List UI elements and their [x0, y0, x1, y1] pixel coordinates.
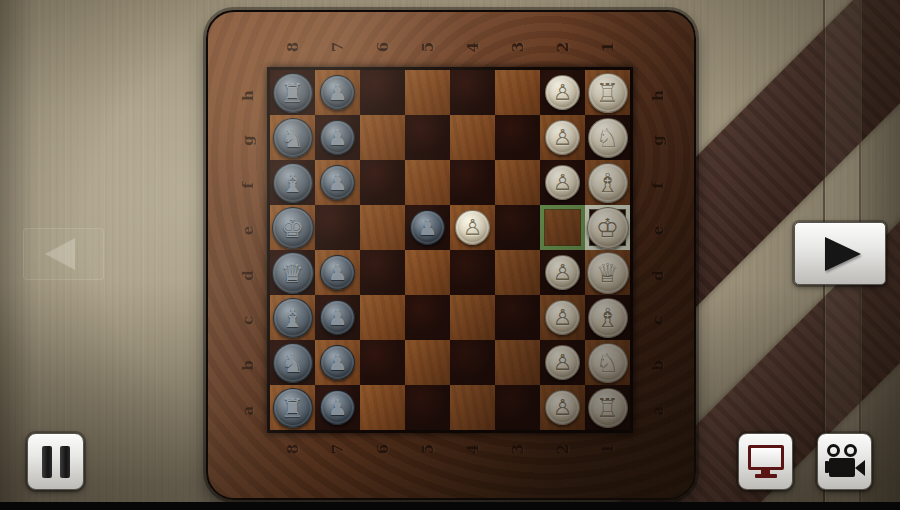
- coord-rank-3: 3: [509, 427, 527, 472]
- piece-white-bishop-c1[interactable]: ♗: [588, 298, 628, 338]
- piece-glyph: ♟: [328, 352, 348, 374]
- square-c3[interactable]: [495, 295, 540, 340]
- square-d4[interactable]: [450, 250, 495, 295]
- piece-glyph: ♟: [418, 217, 438, 239]
- square-c6[interactable]: [360, 295, 405, 340]
- coord-rank-7: 7: [329, 25, 347, 70]
- square-b5[interactable]: [405, 340, 450, 385]
- coord-file-d: d: [225, 267, 270, 285]
- piece-black-rook-a8[interactable]: ♜: [273, 388, 313, 428]
- square-a7[interactable]: ♟: [315, 385, 360, 430]
- square-b6[interactable]: [360, 340, 405, 385]
- piece-black-bishop-f8[interactable]: ♝: [273, 163, 313, 203]
- piece-white-pawn-g2[interactable]: ♙: [545, 120, 580, 155]
- coord-file-c: c: [225, 312, 270, 330]
- coord-file-g: g: [635, 132, 680, 150]
- square-a2[interactable]: ♙: [540, 385, 585, 430]
- square-a6[interactable]: [360, 385, 405, 430]
- piece-black-pawn-c7[interactable]: ♟: [320, 300, 355, 335]
- play-arrow-icon: [825, 237, 861, 271]
- square-e6[interactable]: [360, 205, 405, 250]
- square-f8[interactable]: ♝: [270, 160, 315, 205]
- square-d1[interactable]: ♕: [585, 250, 630, 295]
- square-f3[interactable]: [495, 160, 540, 205]
- piece-white-rook-a1[interactable]: ♖: [588, 388, 628, 428]
- square-e5[interactable]: ♟: [405, 205, 450, 250]
- piece-glyph: ♟: [328, 397, 348, 419]
- piece-glyph: ♗: [596, 305, 619, 331]
- coord-rank-1: 1: [599, 25, 617, 70]
- piece-white-knight-b1[interactable]: ♘: [588, 343, 628, 383]
- piece-black-queen-d8[interactable]: ♛: [272, 252, 314, 294]
- coord-file-h: h: [635, 87, 680, 105]
- square-e3[interactable]: [495, 205, 540, 250]
- piece-black-king-e8[interactable]: ♚: [272, 207, 314, 249]
- camera-view-button[interactable]: [817, 433, 872, 490]
- display-settings-button[interactable]: [738, 433, 793, 490]
- piece-glyph: ♟: [328, 172, 348, 194]
- piece-glyph: ♟: [328, 82, 348, 104]
- game-scene: 87654321 87654321 hgfedcba hgfedcba ♜♟♙♖…: [0, 0, 900, 510]
- square-d2[interactable]: ♙: [540, 250, 585, 295]
- square-g7[interactable]: ♟: [315, 115, 360, 160]
- pause-button[interactable]: [27, 433, 84, 490]
- piece-black-pawn-b7[interactable]: ♟: [320, 345, 355, 380]
- coord-file-g: g: [225, 132, 270, 150]
- piece-glyph: ♞: [281, 350, 304, 376]
- piece-glyph: ♝: [281, 305, 304, 331]
- piece-black-pawn-a7[interactable]: ♟: [320, 390, 355, 425]
- piece-glyph: ♙: [553, 172, 573, 194]
- square-h4[interactable]: [450, 70, 495, 115]
- square-d6[interactable]: [360, 250, 405, 295]
- piece-glyph: ♙: [553, 262, 573, 284]
- square-g2[interactable]: ♙: [540, 115, 585, 160]
- piece-glyph: ♙: [553, 307, 573, 329]
- square-g4[interactable]: [450, 115, 495, 160]
- coord-file-f: f: [635, 177, 680, 195]
- piece-white-pawn-e4[interactable]: ♙: [455, 210, 490, 245]
- piece-glyph: ♟: [328, 307, 348, 329]
- piece-glyph: ♙: [553, 397, 573, 419]
- square-h7[interactable]: ♟: [315, 70, 360, 115]
- coord-rank-3: 3: [509, 25, 527, 70]
- square-e7[interactable]: [315, 205, 360, 250]
- square-g1[interactable]: ♘: [585, 115, 630, 160]
- piece-glyph: ♙: [553, 127, 573, 149]
- square-g3[interactable]: [495, 115, 540, 160]
- rank-labels-top: 87654321: [270, 38, 630, 56]
- square-c5[interactable]: [405, 295, 450, 340]
- square-b1[interactable]: ♘: [585, 340, 630, 385]
- piece-glyph: ♔: [596, 215, 619, 241]
- coord-rank-4: 4: [464, 25, 482, 70]
- piece-glyph: ♖: [596, 395, 619, 421]
- square-g5[interactable]: [405, 115, 450, 160]
- square-b4[interactable]: [450, 340, 495, 385]
- coord-rank-7: 7: [329, 427, 347, 472]
- square-c7[interactable]: ♟: [315, 295, 360, 340]
- piece-glyph: ♖: [596, 80, 619, 106]
- square-a1[interactable]: ♖: [585, 385, 630, 430]
- square-c8[interactable]: ♝: [270, 295, 315, 340]
- coord-file-a: a: [225, 402, 270, 420]
- piece-glyph: ♘: [596, 350, 619, 376]
- square-b3[interactable]: [495, 340, 540, 385]
- piece-white-pawn-h2[interactable]: ♙: [545, 75, 580, 110]
- chess-board: 87654321 87654321 hgfedcba hgfedcba ♜♟♙♖…: [206, 10, 696, 500]
- square-a5[interactable]: [405, 385, 450, 430]
- square-c2[interactable]: ♙: [540, 295, 585, 340]
- monitor-icon: [748, 445, 784, 478]
- piece-glyph: ♙: [553, 352, 573, 374]
- coord-file-f: f: [225, 177, 270, 195]
- piece-white-pawn-c2[interactable]: ♙: [545, 300, 580, 335]
- coord-file-d: d: [635, 267, 680, 285]
- file-labels-right: hgfedcba: [648, 73, 666, 433]
- square-a3[interactable]: [495, 385, 540, 430]
- piece-glyph: ♜: [281, 395, 304, 421]
- square-e8[interactable]: ♚: [270, 205, 315, 250]
- piece-glyph: ♞: [281, 125, 304, 151]
- square-d3[interactable]: [495, 250, 540, 295]
- square-f7[interactable]: ♟: [315, 160, 360, 205]
- square-h8[interactable]: ♜: [270, 70, 315, 115]
- piece-white-pawn-b2[interactable]: ♙: [545, 345, 580, 380]
- square-e4[interactable]: ♙: [450, 205, 495, 250]
- coord-rank-6: 6: [374, 427, 392, 472]
- piece-black-pawn-g7[interactable]: ♟: [320, 120, 355, 155]
- square-h3[interactable]: [495, 70, 540, 115]
- square-g6[interactable]: [360, 115, 405, 160]
- piece-glyph: ♟: [328, 127, 348, 149]
- piece-white-bishop-f1[interactable]: ♗: [588, 163, 628, 203]
- piece-glyph: ♘: [596, 125, 619, 151]
- coord-file-a: a: [635, 402, 680, 420]
- square-h1[interactable]: ♖: [585, 70, 630, 115]
- coord-file-e: e: [635, 222, 680, 240]
- piece-white-rook-h1[interactable]: ♖: [588, 73, 628, 113]
- piece-glyph: ♛: [281, 260, 304, 286]
- square-f2[interactable]: ♙: [540, 160, 585, 205]
- piece-black-knight-b8[interactable]: ♞: [273, 343, 313, 383]
- piece-white-pawn-d2[interactable]: ♙: [545, 255, 580, 290]
- square-b2[interactable]: ♙: [540, 340, 585, 385]
- square-b8[interactable]: ♞: [270, 340, 315, 385]
- coord-rank-6: 6: [374, 25, 392, 70]
- piece-glyph: ♟: [328, 262, 348, 284]
- square-e1[interactable]: ♔: [585, 205, 630, 250]
- piece-white-king-e1[interactable]: ♔: [587, 207, 629, 249]
- square-h5[interactable]: [405, 70, 450, 115]
- piece-glyph: ♙: [463, 217, 483, 239]
- coord-rank-5: 5: [419, 25, 437, 70]
- square-f1[interactable]: ♗: [585, 160, 630, 205]
- coord-file-c: c: [635, 312, 680, 330]
- piece-white-pawn-a2[interactable]: ♙: [545, 390, 580, 425]
- square-d5[interactable]: [405, 250, 450, 295]
- next-move-button[interactable]: [794, 222, 886, 285]
- movie-camera-icon: [825, 444, 865, 480]
- piece-black-pawn-f7[interactable]: ♟: [320, 165, 355, 200]
- piece-glyph: ♕: [596, 260, 619, 286]
- piece-black-pawn-h7[interactable]: ♟: [320, 75, 355, 110]
- square-a8[interactable]: ♜: [270, 385, 315, 430]
- pause-icon: [42, 446, 70, 478]
- square-a4[interactable]: [450, 385, 495, 430]
- file-labels-left: hgfedcba: [238, 73, 256, 433]
- piece-black-pawn-d7[interactable]: ♟: [320, 255, 355, 290]
- square-b7[interactable]: ♟: [315, 340, 360, 385]
- piece-black-bishop-c8[interactable]: ♝: [273, 298, 313, 338]
- coord-file-b: b: [225, 357, 270, 375]
- square-h2[interactable]: ♙: [540, 70, 585, 115]
- square-g8[interactable]: ♞: [270, 115, 315, 160]
- piece-white-pawn-f2[interactable]: ♙: [545, 165, 580, 200]
- square-d8[interactable]: ♛: [270, 250, 315, 295]
- coord-file-e: e: [225, 222, 270, 240]
- coord-rank-8: 8: [284, 427, 302, 472]
- square-h6[interactable]: [360, 70, 405, 115]
- piece-glyph: ♗: [596, 170, 619, 196]
- piece-glyph: ♜: [281, 80, 304, 106]
- coord-file-b: b: [635, 357, 680, 375]
- square-c1[interactable]: ♗: [585, 295, 630, 340]
- square-f5[interactable]: [405, 160, 450, 205]
- piece-black-pawn-e5[interactable]: ♟: [410, 210, 445, 245]
- piece-black-rook-h8[interactable]: ♜: [273, 73, 313, 113]
- square-d7[interactable]: ♟: [315, 250, 360, 295]
- piece-glyph: ♚: [281, 215, 304, 241]
- square-f6[interactable]: [360, 160, 405, 205]
- piece-glyph: ♝: [281, 170, 304, 196]
- piece-black-knight-g8[interactable]: ♞: [273, 118, 313, 158]
- piece-glyph: ♙: [553, 82, 573, 104]
- coord-rank-5: 5: [419, 427, 437, 472]
- rank-labels-bottom: 87654321: [270, 440, 630, 458]
- letterbox-bar: [0, 502, 900, 510]
- coord-rank-1: 1: [599, 427, 617, 472]
- coord-rank-4: 4: [464, 427, 482, 472]
- coord-rank-2: 2: [554, 427, 572, 472]
- square-f4[interactable]: [450, 160, 495, 205]
- piece-white-queen-d1[interactable]: ♕: [587, 252, 629, 294]
- previous-arrow-icon: [45, 238, 75, 270]
- coord-file-h: h: [225, 87, 270, 105]
- coord-rank-2: 2: [554, 25, 572, 70]
- square-e2[interactable]: [540, 205, 585, 250]
- square-c4[interactable]: [450, 295, 495, 340]
- previous-move-button[interactable]: [23, 228, 104, 280]
- coord-rank-8: 8: [284, 25, 302, 70]
- board-squares: ♜♟♙♖♞♟♙♘♝♟♙♗♚♟♙♔♛♟♙♕♝♟♙♗♞♟♙♘♜♟♙♖: [267, 67, 633, 433]
- piece-white-knight-g1[interactable]: ♘: [588, 118, 628, 158]
